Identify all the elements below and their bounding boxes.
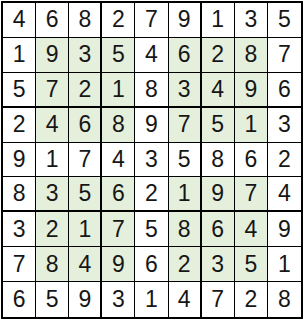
cell-r6c2[interactable]: 3 bbox=[36, 177, 69, 212]
cell-r4c8[interactable]: 1 bbox=[235, 108, 268, 143]
cell-r4c9[interactable]: 3 bbox=[268, 108, 301, 143]
cell-r7c4[interactable]: 7 bbox=[102, 212, 135, 247]
cell-r7c9[interactable]: 9 bbox=[268, 212, 301, 247]
cell-r3c4[interactable]: 1 bbox=[102, 73, 135, 108]
cell-r5c6[interactable]: 5 bbox=[169, 143, 202, 178]
cell-r5c5[interactable]: 3 bbox=[135, 143, 168, 178]
cell-r3c9[interactable]: 6 bbox=[268, 73, 301, 108]
cell-r2c4[interactable]: 5 bbox=[102, 38, 135, 73]
cell-r6c3[interactable]: 5 bbox=[69, 177, 102, 212]
cell-r5c7[interactable]: 8 bbox=[202, 143, 235, 178]
cell-r1c7[interactable]: 1 bbox=[202, 3, 235, 38]
cell-r4c4[interactable]: 8 bbox=[102, 108, 135, 143]
cell-r1c3[interactable]: 8 bbox=[69, 3, 102, 38]
cell-r3c2[interactable]: 7 bbox=[36, 73, 69, 108]
cell-r3c1[interactable]: 5 bbox=[3, 73, 36, 108]
cell-r7c2[interactable]: 2 bbox=[36, 212, 69, 247]
cell-r2c7[interactable]: 2 bbox=[202, 38, 235, 73]
cell-r7c8[interactable]: 4 bbox=[235, 212, 268, 247]
cell-r6c9[interactable]: 4 bbox=[268, 177, 301, 212]
cell-r6c6[interactable]: 1 bbox=[169, 177, 202, 212]
cell-r5c2[interactable]: 1 bbox=[36, 143, 69, 178]
cell-r8c6[interactable]: 2 bbox=[169, 247, 202, 282]
cell-r2c8[interactable]: 8 bbox=[235, 38, 268, 73]
cell-r3c8[interactable]: 9 bbox=[235, 73, 268, 108]
cell-r4c3[interactable]: 6 bbox=[69, 108, 102, 143]
cell-r7c1[interactable]: 3 bbox=[3, 212, 36, 247]
cell-r9c9[interactable]: 8 bbox=[268, 282, 301, 317]
cell-r4c1[interactable]: 2 bbox=[3, 108, 36, 143]
cell-r7c3[interactable]: 1 bbox=[69, 212, 102, 247]
cell-r4c6[interactable]: 7 bbox=[169, 108, 202, 143]
cell-r6c7[interactable]: 9 bbox=[202, 177, 235, 212]
cell-r9c1[interactable]: 6 bbox=[3, 282, 36, 317]
cell-r7c7[interactable]: 6 bbox=[202, 212, 235, 247]
cell-r3c3[interactable]: 2 bbox=[69, 73, 102, 108]
cell-r8c5[interactable]: 6 bbox=[135, 247, 168, 282]
cell-r2c2[interactable]: 9 bbox=[36, 38, 69, 73]
cell-r1c8[interactable]: 3 bbox=[235, 3, 268, 38]
cell-r6c1[interactable]: 8 bbox=[3, 177, 36, 212]
cell-r3c7[interactable]: 4 bbox=[202, 73, 235, 108]
cell-r9c5[interactable]: 1 bbox=[135, 282, 168, 317]
cell-r4c5[interactable]: 9 bbox=[135, 108, 168, 143]
cell-r8c4[interactable]: 9 bbox=[102, 247, 135, 282]
cell-r8c8[interactable]: 5 bbox=[235, 247, 268, 282]
cell-r9c3[interactable]: 9 bbox=[69, 282, 102, 317]
cell-r2c1[interactable]: 1 bbox=[3, 38, 36, 73]
cell-r5c9[interactable]: 2 bbox=[268, 143, 301, 178]
cell-r8c1[interactable]: 7 bbox=[3, 247, 36, 282]
cell-r2c6[interactable]: 6 bbox=[169, 38, 202, 73]
cell-r9c4[interactable]: 3 bbox=[102, 282, 135, 317]
cell-r1c2[interactable]: 6 bbox=[36, 3, 69, 38]
cell-r2c5[interactable]: 4 bbox=[135, 38, 168, 73]
cell-r9c8[interactable]: 2 bbox=[235, 282, 268, 317]
cell-r1c4[interactable]: 2 bbox=[102, 3, 135, 38]
cell-r7c6[interactable]: 8 bbox=[169, 212, 202, 247]
cell-r6c4[interactable]: 6 bbox=[102, 177, 135, 212]
cell-r2c9[interactable]: 7 bbox=[268, 38, 301, 73]
cell-r6c5[interactable]: 2 bbox=[135, 177, 168, 212]
cell-r5c1[interactable]: 9 bbox=[3, 143, 36, 178]
sudoku-board: 4682791351935462875721834962468975139174… bbox=[1, 1, 303, 319]
cell-r3c5[interactable]: 8 bbox=[135, 73, 168, 108]
cell-r8c7[interactable]: 3 bbox=[202, 247, 235, 282]
cell-r6c8[interactable]: 7 bbox=[235, 177, 268, 212]
cell-r4c2[interactable]: 4 bbox=[36, 108, 69, 143]
cell-r8c9[interactable]: 1 bbox=[268, 247, 301, 282]
cell-r8c3[interactable]: 4 bbox=[69, 247, 102, 282]
cell-r1c5[interactable]: 7 bbox=[135, 3, 168, 38]
cell-r8c2[interactable]: 8 bbox=[36, 247, 69, 282]
cell-r9c6[interactable]: 4 bbox=[169, 282, 202, 317]
cell-r9c7[interactable]: 7 bbox=[202, 282, 235, 317]
cell-r7c5[interactable]: 5 bbox=[135, 212, 168, 247]
cell-r5c3[interactable]: 7 bbox=[69, 143, 102, 178]
cell-r1c9[interactable]: 5 bbox=[268, 3, 301, 38]
cell-r1c1[interactable]: 4 bbox=[3, 3, 36, 38]
cell-r1c6[interactable]: 9 bbox=[169, 3, 202, 38]
cell-r4c7[interactable]: 5 bbox=[202, 108, 235, 143]
cell-r5c8[interactable]: 6 bbox=[235, 143, 268, 178]
cell-r9c2[interactable]: 5 bbox=[36, 282, 69, 317]
cell-r3c6[interactable]: 3 bbox=[169, 73, 202, 108]
cell-r5c4[interactable]: 4 bbox=[102, 143, 135, 178]
cell-r2c3[interactable]: 3 bbox=[69, 38, 102, 73]
